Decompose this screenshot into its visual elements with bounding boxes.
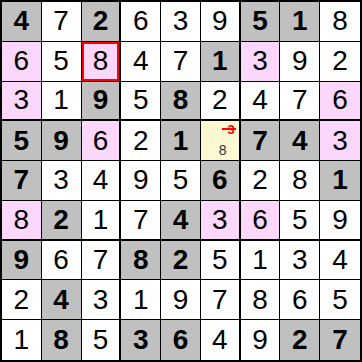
cell-digit: 5: [292, 206, 308, 234]
cell-r1c6[interactable]: 9: [201, 2, 241, 42]
cell-digit: 6: [53, 246, 69, 274]
cell-r8c3[interactable]: 3: [82, 280, 122, 320]
cell-r4c5[interactable]: 1: [161, 121, 201, 161]
cell-r4c4[interactable]: 2: [121, 121, 161, 161]
cell-r1c9[interactable]: 8: [320, 2, 360, 42]
cell-digit: 4: [133, 47, 149, 75]
cell-r1c2[interactable]: 7: [42, 2, 82, 42]
cell-digit: 6: [252, 206, 268, 234]
cell-r3c4[interactable]: 5: [121, 82, 161, 122]
cell-r5c9[interactable]: 1: [320, 161, 360, 201]
cell-digit: 4: [332, 246, 348, 274]
cell-r4c8[interactable]: 4: [280, 121, 320, 161]
cell-r3c5[interactable]: 8: [161, 82, 201, 122]
cell-r7c9[interactable]: 4: [320, 241, 360, 281]
cell-r6c7[interactable]: 6: [241, 201, 281, 241]
cell-digit: 3: [53, 166, 69, 194]
struck-candidate: 3: [227, 123, 234, 136]
cell-r2c7[interactable]: 3: [241, 42, 281, 82]
cell-digit: 9: [212, 7, 228, 35]
cell-digit: 8: [53, 326, 69, 354]
cell-r4c2[interactable]: 9: [42, 121, 82, 161]
cell-digit: 6: [133, 7, 149, 35]
cell-digit: 8: [14, 206, 30, 234]
cell-r3c9[interactable]: 6: [320, 82, 360, 122]
cell-digit: 3: [133, 326, 149, 354]
cell-digit: 8: [292, 166, 308, 194]
cell-r8c6[interactable]: 7: [201, 280, 241, 320]
cell-digit: 8: [133, 246, 149, 274]
cell-r8c8[interactable]: 6: [280, 280, 320, 320]
cell-r7c5[interactable]: 2: [161, 241, 201, 281]
cell-digit: 7: [14, 166, 30, 194]
cell-r4c6[interactable]: 38: [201, 121, 241, 161]
cell-r8c4[interactable]: 1: [121, 280, 161, 320]
cell-digit: 1: [252, 246, 268, 274]
cell-digit: 7: [53, 7, 69, 35]
cell-r6c9[interactable]: 9: [320, 201, 360, 241]
cell-digit: 1: [133, 286, 149, 314]
cell-digit: 3: [292, 246, 308, 274]
cell-digit: 7: [93, 246, 109, 274]
cell-digit: 4: [252, 86, 268, 114]
cell-r8c5[interactable]: 9: [161, 280, 201, 320]
cell-digit: 3: [173, 7, 189, 35]
cell-r1c8[interactable]: 1: [280, 2, 320, 42]
cell-r3c8[interactable]: 7: [280, 82, 320, 122]
cell-digit: 3: [212, 206, 228, 234]
cell-digit: 6: [212, 166, 228, 194]
sudoku-board: 4726395186584713923195824765962138743734…: [0, 0, 362, 362]
cell-digit: 4: [212, 326, 228, 354]
cell-digit: 6: [292, 286, 308, 314]
cell-r5c3[interactable]: 4: [82, 161, 122, 201]
cell-digit: 3: [14, 86, 30, 114]
cell-digit: 9: [133, 166, 149, 194]
cell-r6c1[interactable]: 8: [2, 201, 42, 241]
cell-r2c8[interactable]: 9: [280, 42, 320, 82]
cell-digit: 1: [173, 127, 189, 155]
cell-digit: 4: [173, 206, 189, 234]
cell-digit: 5: [133, 86, 149, 114]
cell-digit: 3: [332, 127, 348, 155]
cell-r8c2[interactable]: 4: [42, 280, 82, 320]
cell-r7c1[interactable]: 9: [2, 241, 42, 281]
cell-digit: 1: [292, 7, 308, 35]
cell-r9c1[interactable]: 1: [2, 320, 42, 360]
cell-digit: 8: [173, 86, 189, 114]
cell-digit: 2: [14, 286, 30, 314]
cell-r7c7[interactable]: 1: [241, 241, 281, 281]
cell-digit: 6: [93, 127, 109, 155]
cell-r5c6[interactable]: 6: [201, 161, 241, 201]
cell-r2c3[interactable]: 8: [82, 42, 122, 82]
cell-r7c6[interactable]: 5: [201, 241, 241, 281]
cell-digit: 3: [93, 286, 109, 314]
cell-digit: 9: [332, 206, 348, 234]
cell-digit: 3: [252, 47, 268, 75]
cell-r5c4[interactable]: 9: [121, 161, 161, 201]
cell-digit: 8: [93, 47, 109, 75]
cell-r2c2[interactable]: 5: [42, 42, 82, 82]
cell-digit: 1: [14, 326, 30, 354]
cell-r4c7[interactable]: 7: [241, 121, 281, 161]
cell-r7c3[interactable]: 7: [82, 241, 122, 281]
cell-r8c1[interactable]: 2: [2, 280, 42, 320]
cell-r1c7[interactable]: 5: [241, 2, 281, 42]
cell-r3c1[interactable]: 3: [2, 82, 42, 122]
cell-r5c2[interactable]: 3: [42, 161, 82, 201]
cell-digit: 2: [212, 86, 228, 114]
cell-digit: 5: [332, 286, 348, 314]
cell-r2c9[interactable]: 2: [320, 42, 360, 82]
cell-digit: 7: [133, 206, 149, 234]
cell-digit: 4: [292, 127, 308, 155]
cell-r2c1[interactable]: 6: [2, 42, 42, 82]
cell-digit: 5: [173, 166, 189, 194]
cell-digit: 2: [133, 127, 149, 155]
cell-r1c1[interactable]: 4: [2, 2, 42, 42]
cell-digit: 5: [53, 47, 69, 75]
cell-digit: 8: [252, 286, 268, 314]
cell-digit: 4: [93, 166, 109, 194]
cell-r9c4[interactable]: 3: [121, 320, 161, 360]
cell-r5c5[interactable]: 5: [161, 161, 201, 201]
cell-r6c4[interactable]: 7: [121, 201, 161, 241]
cell-r1c4[interactable]: 6: [121, 2, 161, 42]
cell-r9c5[interactable]: 6: [161, 320, 201, 360]
cell-digit: 9: [252, 326, 268, 354]
cell-r2c4[interactable]: 4: [121, 42, 161, 82]
cell-r9c9[interactable]: 7: [320, 320, 360, 360]
cell-digit: 7: [292, 86, 308, 114]
cell-r7c8[interactable]: 3: [280, 241, 320, 281]
cell-digit: 9: [14, 246, 30, 274]
pencil-mark: 8: [204, 143, 242, 157]
cell-digit: 9: [53, 127, 69, 155]
cell-digit: 4: [14, 7, 30, 35]
cell-digit: 1: [53, 86, 69, 114]
cell-r5c7[interactable]: 2: [241, 161, 281, 201]
cell-digit: 6: [173, 326, 189, 354]
cell-r5c1[interactable]: 7: [2, 161, 42, 201]
cell-r8c9[interactable]: 5: [320, 280, 360, 320]
cell-digit: 9: [173, 286, 189, 314]
cell-digit: 1: [332, 166, 348, 194]
cell-r9c3[interactable]: 5: [82, 320, 122, 360]
cell-digit: 7: [173, 47, 189, 75]
cell-r8c7[interactable]: 8: [241, 280, 281, 320]
cell-digit: 6: [14, 47, 30, 75]
cell-r3c2[interactable]: 1: [42, 82, 82, 122]
cell-r3c6[interactable]: 2: [201, 82, 241, 122]
cell-digit: 2: [292, 326, 308, 354]
cell-r5c8[interactable]: 8: [280, 161, 320, 201]
cell-digit: 5: [252, 7, 268, 35]
cell-r6c3[interactable]: 1: [82, 201, 122, 241]
cell-digit: 1: [212, 47, 228, 75]
cell-digit: 2: [252, 166, 268, 194]
cell-digit: 9: [93, 86, 109, 114]
cell-digit: 2: [332, 47, 348, 75]
cell-r4c9[interactable]: 3: [320, 121, 360, 161]
cell-r3c3[interactable]: 9: [82, 82, 122, 122]
cell-r1c3[interactable]: 2: [82, 2, 122, 42]
cell-digit: 5: [93, 326, 109, 354]
cell-r6c2[interactable]: 2: [42, 201, 82, 241]
cell-r6c5[interactable]: 4: [161, 201, 201, 241]
cell-digit: 7: [252, 127, 268, 155]
cell-digit: 2: [53, 206, 69, 234]
cell-r4c3[interactable]: 6: [82, 121, 122, 161]
cell-r2c5[interactable]: 7: [161, 42, 201, 82]
cell-r9c2[interactable]: 8: [42, 320, 82, 360]
cell-r1c5[interactable]: 3: [161, 2, 201, 42]
cell-digit: 2: [173, 246, 189, 274]
cell-digit: 2: [93, 7, 109, 35]
cell-r3c7[interactable]: 4: [241, 82, 281, 122]
cell-r9c8[interactable]: 2: [280, 320, 320, 360]
cell-digit: 1: [93, 206, 109, 234]
cell-digit: 7: [332, 326, 348, 354]
cell-digit: 4: [53, 286, 69, 314]
cell-digit: 5: [14, 127, 30, 155]
cell-r6c8[interactable]: 5: [280, 201, 320, 241]
cell-digit: 9: [292, 47, 308, 75]
cell-digit: 8: [332, 7, 348, 35]
cell-digit: 6: [332, 86, 348, 114]
cell-r6c6[interactable]: 3: [201, 201, 241, 241]
cell-r7c2[interactable]: 6: [42, 241, 82, 281]
cell-r2c6[interactable]: 1: [201, 42, 241, 82]
cell-r9c6[interactable]: 4: [201, 320, 241, 360]
cell-digit: 5: [212, 246, 228, 274]
cell-r9c7[interactable]: 9: [241, 320, 281, 360]
cell-r4c1[interactable]: 5: [2, 121, 42, 161]
cell-digit: 7: [212, 286, 228, 314]
cell-r7c4[interactable]: 8: [121, 241, 161, 281]
